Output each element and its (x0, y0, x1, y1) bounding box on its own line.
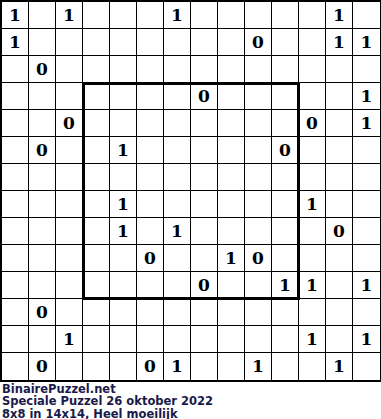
grid-cell-r11c6[interactable] (164, 299, 191, 326)
footer: BinairePuzzel.net Speciale Puzzel 26 okt… (0, 382, 381, 419)
grid-cell-r1c2[interactable] (56, 29, 83, 56)
grid-cell-r8c13[interactable] (353, 218, 380, 245)
puzzle-page: 11111011001001010111100100111011100111 B… (0, 0, 381, 419)
grid-cell-r1c13: 1 (353, 29, 380, 56)
grid-cell-r10c8[interactable] (218, 272, 245, 299)
grid-cell-r13c12: 1 (326, 353, 353, 380)
grid-cell-r11c10[interactable] (272, 299, 299, 326)
grid-cell-r12c5[interactable] (137, 326, 164, 353)
grid-cell-r2c12[interactable] (326, 56, 353, 83)
grid-cell-r0c12: 1 (326, 2, 353, 29)
grid-cell-r11c0[interactable] (2, 299, 29, 326)
grid-cell-r13c4[interactable] (110, 353, 137, 380)
grid-cell-r13c2[interactable] (56, 353, 83, 380)
grid-cell-r0c5[interactable] (137, 2, 164, 29)
grid-cell-r8c0[interactable] (2, 218, 29, 245)
grid-cell-r10c11: 1 (299, 272, 326, 299)
grid-cell-r6c13[interactable] (353, 164, 380, 191)
grid-cell-r1c4[interactable] (110, 29, 137, 56)
grid-cell-r9c1[interactable] (29, 245, 56, 272)
grid-cell-r11c13[interactable] (353, 299, 380, 326)
grid-cell-r5c12[interactable] (326, 137, 353, 164)
grid-cell-r9c7[interactable] (191, 245, 218, 272)
grid-cell-r7c11: 1 (299, 191, 326, 218)
grid-cell-r13c3[interactable] (83, 353, 110, 380)
grid-cell-r11c1: 0 (29, 299, 56, 326)
grid-cell-r0c1[interactable] (29, 2, 56, 29)
grid-cell-r9c5: 0 (137, 245, 164, 272)
grid-cell-r0c11[interactable] (299, 2, 326, 29)
grid-cell-r3c9[interactable] (245, 83, 272, 110)
grid-cell-r5c8[interactable] (218, 137, 245, 164)
grid-cell-r3c6[interactable] (164, 83, 191, 110)
grid-cell-r0c4[interactable] (110, 2, 137, 29)
grid-cell-r13c0[interactable] (2, 353, 29, 380)
grid-cell-r6c10[interactable] (272, 164, 299, 191)
grid-cell-r1c5[interactable] (137, 29, 164, 56)
grid-cell-r12c8[interactable] (218, 326, 245, 353)
grid-cell-r12c0[interactable] (2, 326, 29, 353)
grid-cell-r11c2[interactable] (56, 299, 83, 326)
grid-cell-r13c6: 1 (164, 353, 191, 380)
grid-cell-r4c2: 0 (56, 110, 83, 137)
grid-cell-r2c7[interactable] (191, 56, 218, 83)
grid-cell-r2c8[interactable] (218, 56, 245, 83)
grid-cell-r4c5[interactable] (137, 110, 164, 137)
grid-cell-r2c11[interactable] (299, 56, 326, 83)
grid-cell-r3c8[interactable] (218, 83, 245, 110)
grid-cell-r1c6[interactable] (164, 29, 191, 56)
grid-cell-r9c13[interactable] (353, 245, 380, 272)
grid-cell-r0c9[interactable] (245, 2, 272, 29)
grid-cell-r8c3[interactable] (83, 218, 110, 245)
grid-cell-r11c4[interactable] (110, 299, 137, 326)
grid-cell-r10c3[interactable] (83, 272, 110, 299)
grid-cell-r6c6[interactable] (164, 164, 191, 191)
grid-cell-r0c8[interactable] (218, 2, 245, 29)
grid-cell-r2c6[interactable] (164, 56, 191, 83)
grid-cell-r10c2[interactable] (56, 272, 83, 299)
grid-cell-r0c0: 1 (2, 2, 29, 29)
grid-cell-r0c13[interactable] (353, 2, 380, 29)
grid-cell-r4c9[interactable] (245, 110, 272, 137)
grid-cell-r9c6[interactable] (164, 245, 191, 272)
grid-cell-r1c7[interactable] (191, 29, 218, 56)
grid-cell-r2c3[interactable] (83, 56, 110, 83)
grid-cell-r13c1: 0 (29, 353, 56, 380)
grid-cell-r9c8: 1 (218, 245, 245, 272)
grid-cell-r9c9: 0 (245, 245, 272, 272)
grid-cell-r3c11[interactable] (299, 83, 326, 110)
grid-cell-r9c2[interactable] (56, 245, 83, 272)
grid-cell-r12c1[interactable] (29, 326, 56, 353)
grid-cell-r7c0[interactable] (2, 191, 29, 218)
grid-cell-r4c0[interactable] (2, 110, 29, 137)
grid-cell-r12c11: 1 (299, 326, 326, 353)
grid-cell-r0c10[interactable] (272, 2, 299, 29)
grid-cell-r6c11[interactable] (299, 164, 326, 191)
grid-cell-r0c3[interactable] (83, 2, 110, 29)
grid-cell-r0c2: 1 (56, 2, 83, 29)
grid-cell-r11c7[interactable] (191, 299, 218, 326)
grid-cell-r11c8[interactable] (218, 299, 245, 326)
grid-cell-r8c11[interactable] (299, 218, 326, 245)
grid-cell-r5c1: 0 (29, 137, 56, 164)
grid-cell-r8c5[interactable] (137, 218, 164, 245)
grid-cell-r1c12: 1 (326, 29, 353, 56)
grid-cell-r11c5[interactable] (137, 299, 164, 326)
grid-cell-r0c7[interactable] (191, 2, 218, 29)
grid-cell-r7c12[interactable] (326, 191, 353, 218)
grid-cell-r2c5[interactable] (137, 56, 164, 83)
grid-cell-r13c5: 0 (137, 353, 164, 380)
grid-cell-r9c3[interactable] (83, 245, 110, 272)
grid-cell-r10c4[interactable] (110, 272, 137, 299)
grid-cell-r2c0[interactable] (2, 56, 29, 83)
grid-cell-r2c4[interactable] (110, 56, 137, 83)
grid-cell-r8c10[interactable] (272, 218, 299, 245)
grid-cell-r6c0[interactable] (2, 164, 29, 191)
grid-cell-r7c10[interactable] (272, 191, 299, 218)
grid-cell-r7c9[interactable] (245, 191, 272, 218)
grid-cell-r3c12[interactable] (326, 83, 353, 110)
grid-cell-r9c11[interactable] (299, 245, 326, 272)
grid-cell-r5c6[interactable] (164, 137, 191, 164)
grid-cell-r11c3[interactable] (83, 299, 110, 326)
grid-cell-r12c9[interactable] (245, 326, 272, 353)
grid-cell-r1c3[interactable] (83, 29, 110, 56)
grid-cell-r13c9: 1 (245, 353, 272, 380)
grid-cell-r12c2: 1 (56, 326, 83, 353)
grid-cell-r7c2[interactable] (56, 191, 83, 218)
grid-cell-r2c9[interactable] (245, 56, 272, 83)
grid-cell-r2c13[interactable] (353, 56, 380, 83)
grid-cell-r12c10[interactable] (272, 326, 299, 353)
grid-cell-r12c13: 1 (353, 326, 380, 353)
grid-cell-r8c9[interactable] (245, 218, 272, 245)
grid-cell-r13c11[interactable] (299, 353, 326, 380)
grid-cell-r2c2[interactable] (56, 56, 83, 83)
grid-cell-r3c7: 0 (191, 83, 218, 110)
grid-cell-r7c13[interactable] (353, 191, 380, 218)
grid-cell-r5c13[interactable] (353, 137, 380, 164)
grid-cell-r8c1[interactable] (29, 218, 56, 245)
grid-cell-r8c8[interactable] (218, 218, 245, 245)
grid-cell-r6c8[interactable] (218, 164, 245, 191)
grid-cell-r10c13: 1 (353, 272, 380, 299)
grid-cell-r11c12[interactable] (326, 299, 353, 326)
grid-cell-r8c4: 1 (110, 218, 137, 245)
grid-cell-r8c12: 0 (326, 218, 353, 245)
grid-cell-r10c7: 0 (191, 272, 218, 299)
grid-cell-r5c3[interactable] (83, 137, 110, 164)
grid-cell-r12c4[interactable] (110, 326, 137, 353)
grid-cell-r4c13: 1 (353, 110, 380, 137)
grid-cell-r9c4[interactable] (110, 245, 137, 272)
grid-cell-r3c10[interactable] (272, 83, 299, 110)
grid-cell-r5c9[interactable] (245, 137, 272, 164)
grid-cell-r7c7[interactable] (191, 191, 218, 218)
grid-cell-r5c4: 1 (110, 137, 137, 164)
grid-cell-r10c6[interactable] (164, 272, 191, 299)
grid-cell-r9c0[interactable] (2, 245, 29, 272)
grid-cell-r10c12[interactable] (326, 272, 353, 299)
grid-cell-r13c8[interactable] (218, 353, 245, 380)
grid-cell-r6c4[interactable] (110, 164, 137, 191)
grid-cell-r3c0[interactable] (2, 83, 29, 110)
grid-cell-r3c5[interactable] (137, 83, 164, 110)
grid-cell-r2c1: 0 (29, 56, 56, 83)
grid-cell-r1c11[interactable] (299, 29, 326, 56)
grid-cell-r3c3[interactable] (83, 83, 110, 110)
grid-cell-r5c2[interactable] (56, 137, 83, 164)
grid-cell-r3c4[interactable] (110, 83, 137, 110)
grid-cell-r4c1[interactable] (29, 110, 56, 137)
grid-cell-r10c9[interactable] (245, 272, 272, 299)
grid-cell-r8c2[interactable] (56, 218, 83, 245)
grid-cell-r5c5[interactable] (137, 137, 164, 164)
grid-cell-r7c5[interactable] (137, 191, 164, 218)
grid-cell-r6c9[interactable] (245, 164, 272, 191)
grid-cell-r7c1[interactable] (29, 191, 56, 218)
grid-cell-r4c8[interactable] (218, 110, 245, 137)
grid-cell-r11c9[interactable] (245, 299, 272, 326)
grid-cell-r11c11[interactable] (299, 299, 326, 326)
grid-cell-r10c10: 1 (272, 272, 299, 299)
grid-cell-r5c11[interactable] (299, 137, 326, 164)
grid-cell-r13c10[interactable] (272, 353, 299, 380)
grid-cell-r8c6: 1 (164, 218, 191, 245)
grid-cell-r1c8[interactable] (218, 29, 245, 56)
grid-cell-r6c2[interactable] (56, 164, 83, 191)
grid-cell-r7c6[interactable] (164, 191, 191, 218)
grid-cell-r6c1[interactable] (29, 164, 56, 191)
grid-cell-r12c12[interactable] (326, 326, 353, 353)
grid-cell-r10c5[interactable] (137, 272, 164, 299)
grid-cell-r1c10[interactable] (272, 29, 299, 56)
grid-cell-r1c0: 1 (2, 29, 29, 56)
grid-cell-r7c8[interactable] (218, 191, 245, 218)
puzzle-board: 11111011001001010111100100111011100111 (0, 0, 381, 382)
grid-cell-r12c3[interactable] (83, 326, 110, 353)
grid-cell-r0c6: 1 (164, 2, 191, 29)
grid-cell-r4c12[interactable] (326, 110, 353, 137)
grid-cell-r4c11: 0 (299, 110, 326, 137)
puzzle-subtitle: Speciale Puzzel 26 oktober 2022 (2, 395, 379, 407)
grid-cell-r12c6[interactable] (164, 326, 191, 353)
grid-cell-r6c7[interactable] (191, 164, 218, 191)
grid-cell-r2c10[interactable] (272, 56, 299, 83)
grid-cell-r10c0[interactable] (2, 272, 29, 299)
grid-cell-r4c3[interactable] (83, 110, 110, 137)
grid-cell-r1c1[interactable] (29, 29, 56, 56)
grid-cell-r6c5[interactable] (137, 164, 164, 191)
grid-cell-r3c1[interactable] (29, 83, 56, 110)
grid-cell-r4c6[interactable] (164, 110, 191, 137)
grid-cell-r5c7[interactable] (191, 137, 218, 164)
grid-cell-r4c4[interactable] (110, 110, 137, 137)
grid-cell-r7c3[interactable] (83, 191, 110, 218)
puzzle-details: 8x8 in 14x14, Heel moeilijk (2, 408, 379, 419)
grid-cell-r6c12[interactable] (326, 164, 353, 191)
grid-cell-r9c12[interactable] (326, 245, 353, 272)
grid-cell-r7c4: 1 (110, 191, 137, 218)
grid-cell-r1c9: 0 (245, 29, 272, 56)
grid-cell-r5c10: 0 (272, 137, 299, 164)
grid-cell-r4c7[interactable] (191, 110, 218, 137)
grid-cell-r8c7[interactable] (191, 218, 218, 245)
grid-cell-r10c1[interactable] (29, 272, 56, 299)
grid-cell-r4c10[interactable] (272, 110, 299, 137)
grid-cell-r3c13: 1 (353, 83, 380, 110)
grid-cell-r13c7[interactable] (191, 353, 218, 380)
grid-cell-r5c0[interactable] (2, 137, 29, 164)
grid-cell-r9c10[interactable] (272, 245, 299, 272)
grid-cell-r12c7[interactable] (191, 326, 218, 353)
grid-cell-r3c2[interactable] (56, 83, 83, 110)
grid-cell-r6c3[interactable] (83, 164, 110, 191)
grid-cell-r13c13[interactable] (353, 353, 380, 380)
